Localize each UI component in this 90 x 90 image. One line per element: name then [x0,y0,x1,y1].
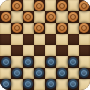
square-c6 [23,23,34,34]
square-h8[interactable]: ⛂ [79,0,90,11]
square-d5 [34,34,45,45]
draughts-man-glyph: ⛂ [25,58,32,66]
draughts-man-glyph: ⛂ [59,69,66,77]
square-e7[interactable]: ⛂ [45,11,56,22]
draughts-man-glyph: ⛂ [59,24,66,32]
square-h7 [79,11,90,22]
draughts-man-glyph: ⛂ [70,80,77,88]
square-f2[interactable]: ⛂ [56,68,67,79]
square-f5 [56,34,67,45]
blue-man[interactable]: ⛂ [23,79,33,89]
draughts-man-glyph: ⛂ [36,24,43,32]
square-b6[interactable]: ⛂ [11,23,22,34]
square-f4[interactable] [56,45,67,56]
square-g5[interactable] [68,34,79,45]
draughts-man-glyph: ⛂ [81,69,88,77]
square-c3[interactable]: ⛂ [23,56,34,67]
square-c8 [23,0,34,11]
draughts-man-glyph: ⛂ [14,69,21,77]
blue-man[interactable]: ⛂ [57,68,67,78]
square-b7 [11,11,22,22]
blue-man[interactable]: ⛂ [23,57,33,67]
orange-man[interactable]: ⛂ [1,12,11,22]
draughts-man-glyph: ⛂ [36,69,43,77]
square-f8[interactable]: ⛂ [56,0,67,11]
square-g2 [68,68,79,79]
square-d8[interactable]: ⛂ [34,0,45,11]
draughts-man-glyph: ⛂ [47,80,54,88]
orange-man[interactable]: ⛂ [34,23,44,33]
square-a6 [0,23,11,34]
draughts-man-glyph: ⛂ [25,13,32,21]
square-g3[interactable]: ⛂ [68,56,79,67]
square-b1 [11,79,22,90]
orange-man[interactable]: ⛂ [57,1,67,11]
orange-man[interactable]: ⛂ [46,12,56,22]
orange-man[interactable]: ⛂ [12,1,22,11]
draughts-man-glyph: ⛂ [36,2,43,10]
orange-man[interactable]: ⛂ [12,23,22,33]
square-h5 [79,34,90,45]
square-a2 [0,68,11,79]
square-h1 [79,79,90,90]
square-b5 [11,34,22,45]
square-e4 [45,45,56,56]
square-b2[interactable]: ⛂ [11,68,22,79]
square-a5[interactable] [0,34,11,45]
square-b8[interactable]: ⛂ [11,0,22,11]
square-c7[interactable]: ⛂ [23,11,34,22]
blue-man[interactable]: ⛂ [12,68,22,78]
orange-man[interactable]: ⛂ [79,23,89,33]
draughts-man-glyph: ⛂ [2,80,9,88]
square-d2[interactable]: ⛂ [34,68,45,79]
square-f3 [56,56,67,67]
square-e3[interactable]: ⛂ [45,56,56,67]
square-e8 [45,0,56,11]
square-g6 [68,23,79,34]
square-f1 [56,79,67,90]
square-b3 [11,56,22,67]
orange-man[interactable]: ⛂ [57,23,67,33]
square-a7[interactable]: ⛂ [0,11,11,22]
draughts-man-glyph: ⛂ [25,80,32,88]
square-d4[interactable] [34,45,45,56]
square-c2 [23,68,34,79]
square-a8 [0,0,11,11]
blue-man[interactable]: ⛂ [68,57,78,67]
draughts-man-glyph: ⛂ [81,24,88,32]
square-b4[interactable] [11,45,22,56]
orange-man[interactable]: ⛂ [34,1,44,11]
square-d1 [34,79,45,90]
square-h3 [79,56,90,67]
orange-man[interactable]: ⛂ [23,12,33,22]
square-g4 [68,45,79,56]
draughts-man-glyph: ⛂ [2,13,9,21]
square-g1[interactable]: ⛂ [68,79,79,90]
draughts-man-glyph: ⛂ [81,2,88,10]
square-f6[interactable]: ⛂ [56,23,67,34]
square-c4 [23,45,34,56]
square-e6 [45,23,56,34]
square-g8 [68,0,79,11]
blue-man[interactable]: ⛂ [68,79,78,89]
square-h4[interactable] [79,45,90,56]
square-g7[interactable]: ⛂ [68,11,79,22]
draughts-man-glyph: ⛂ [47,58,54,66]
square-a1[interactable]: ⛂ [0,79,11,90]
draughts-man-glyph: ⛂ [2,58,9,66]
checkers-board: ⛂⛂⛂⛂⛂⛂⛂⛂⛂⛂⛂⛂⛂⛂⛂⛂⛂⛂⛂⛂⛂⛂⛂⛂ [0,0,90,90]
square-a3[interactable]: ⛂ [0,56,11,67]
square-h2[interactable]: ⛂ [79,68,90,79]
orange-man[interactable]: ⛂ [68,12,78,22]
square-f7 [56,11,67,22]
square-e5[interactable] [45,34,56,45]
draughts-man-glyph: ⛂ [47,13,54,21]
blue-man[interactable]: ⛂ [79,68,89,78]
blue-man[interactable]: ⛂ [34,68,44,78]
draughts-man-glyph: ⛂ [14,2,21,10]
square-d7 [34,11,45,22]
draughts-man-glyph: ⛂ [59,2,66,10]
square-e2 [45,68,56,79]
square-h6[interactable]: ⛂ [79,23,90,34]
square-c5[interactable] [23,34,34,45]
orange-man[interactable]: ⛂ [79,1,89,11]
blue-man[interactable]: ⛂ [1,79,11,89]
blue-man[interactable]: ⛂ [46,79,56,89]
square-d6[interactable]: ⛂ [34,23,45,34]
draughts-man-glyph: ⛂ [14,24,21,32]
square-a4 [0,45,11,56]
draughts-man-glyph: ⛂ [70,13,77,21]
draughts-man-glyph: ⛂ [70,58,77,66]
square-e1[interactable]: ⛂ [45,79,56,90]
blue-man[interactable]: ⛂ [1,57,11,67]
blue-man[interactable]: ⛂ [46,57,56,67]
square-d3 [34,56,45,67]
square-c1[interactable]: ⛂ [23,79,34,90]
